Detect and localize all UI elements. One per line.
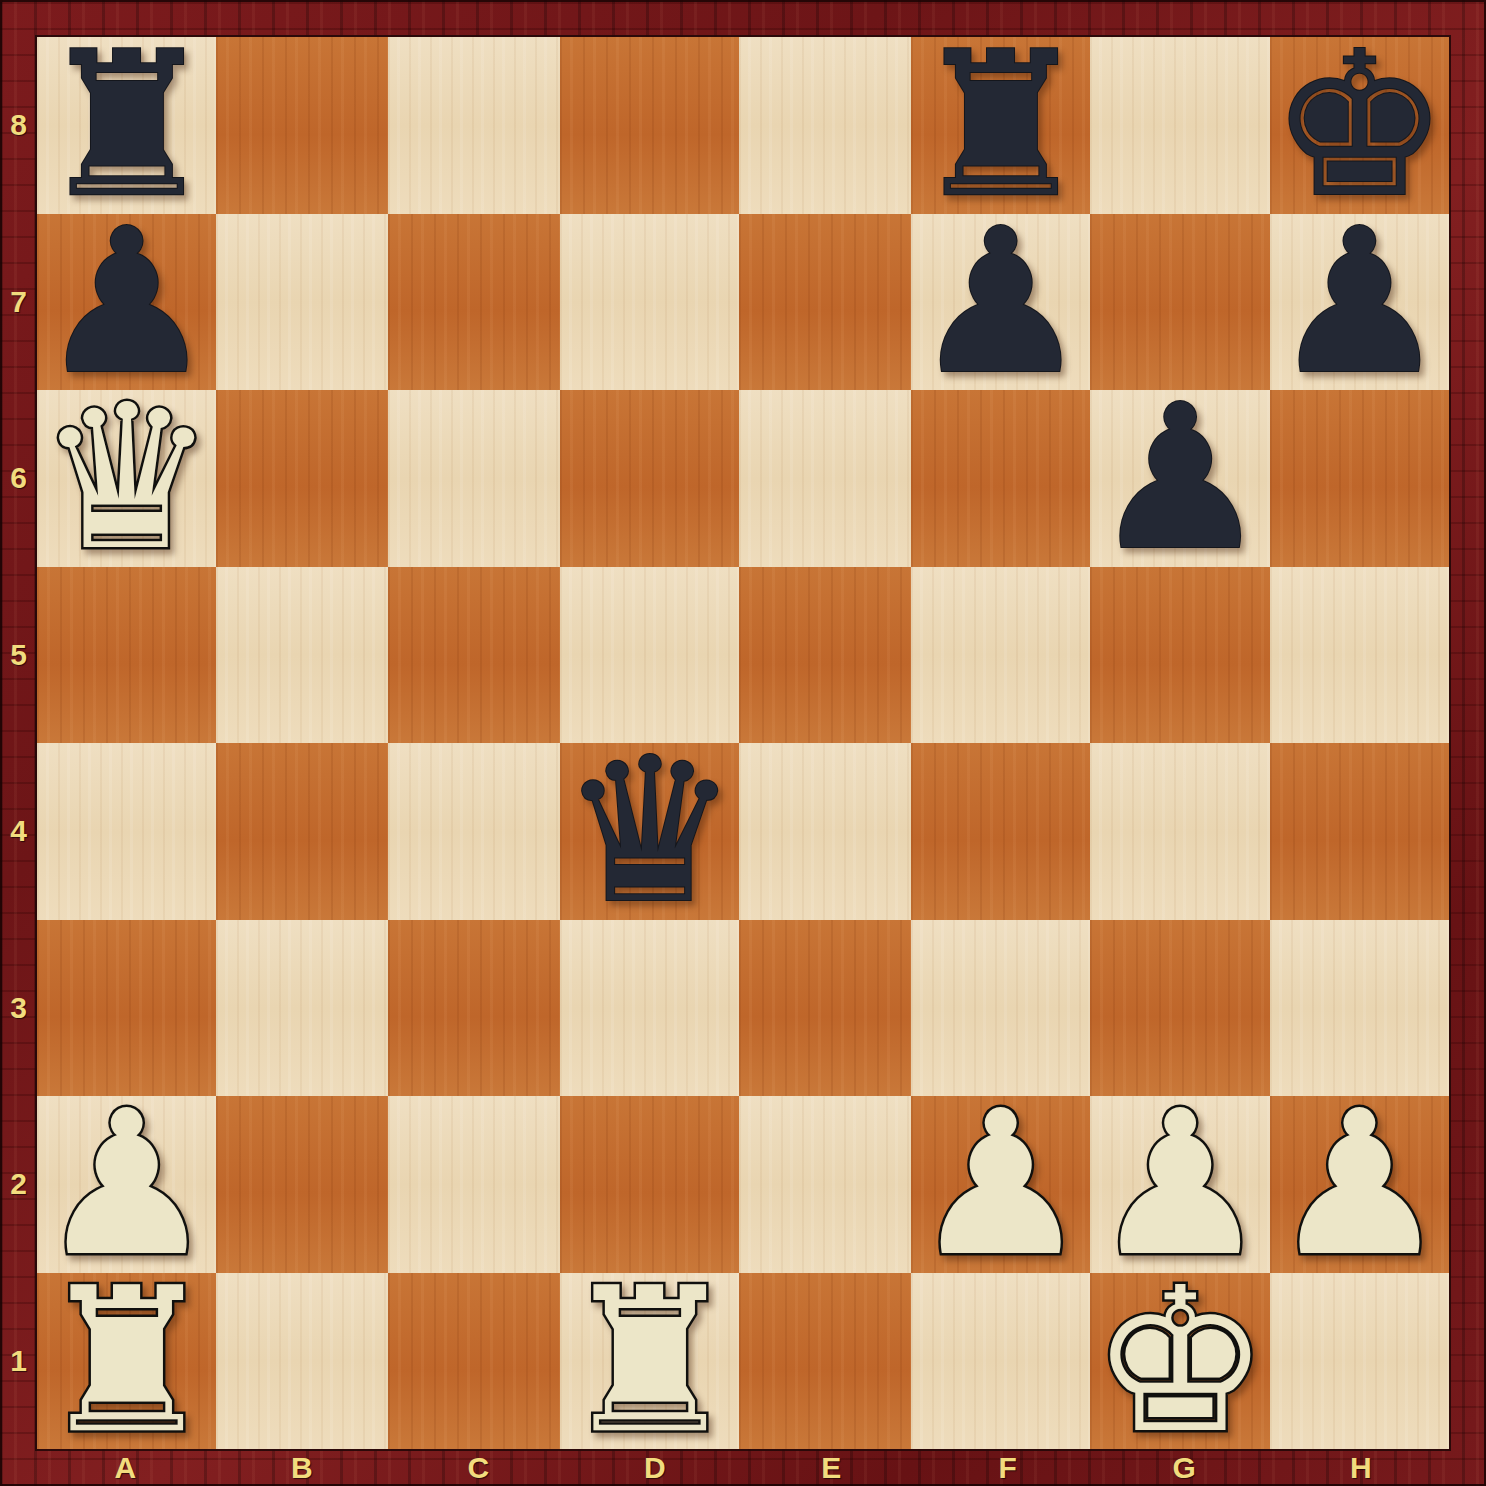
rank-label-2: 2 — [0, 1096, 37, 1273]
square-f1[interactable] — [911, 1273, 1090, 1450]
piece-black-queen[interactable]: ♛ — [560, 743, 739, 919]
board-frame: 87654321 ♜♜♚♟♟♟♛♟♛♟♟♟♟♜♜♚ ABCDEFGH — [0, 0, 1486, 1486]
file-label-c: C — [390, 1449, 567, 1486]
square-h6[interactable] — [1270, 390, 1449, 567]
square-f5[interactable] — [911, 567, 1090, 744]
square-e8[interactable] — [739, 37, 911, 214]
square-g6[interactable]: ♟ — [1090, 390, 1269, 567]
file-label-e: E — [743, 1449, 920, 1486]
square-e3[interactable] — [739, 920, 911, 1097]
piece-white-queen[interactable]: ♛ — [37, 390, 216, 566]
piece-black-pawn[interactable]: ♟ — [1090, 390, 1269, 566]
rank-label-4: 4 — [0, 743, 37, 920]
square-h1[interactable] — [1270, 1273, 1449, 1450]
square-c7[interactable] — [388, 214, 560, 391]
square-a1[interactable]: ♜ — [37, 1273, 216, 1450]
chess-board: ♜♜♚♟♟♟♛♟♛♟♟♟♟♜♜♚ — [37, 37, 1449, 1449]
rank-label-5: 5 — [0, 567, 37, 744]
file-label-h: H — [1273, 1449, 1450, 1486]
piece-white-pawn[interactable]: ♟ — [911, 1096, 1090, 1272]
square-f7[interactable]: ♟ — [911, 214, 1090, 391]
square-c2[interactable] — [388, 1096, 560, 1273]
rank-label-3: 3 — [0, 920, 37, 1097]
piece-white-king[interactable]: ♚ — [1090, 1273, 1269, 1449]
square-a5[interactable] — [37, 567, 216, 744]
square-a6[interactable]: ♛ — [37, 390, 216, 567]
square-f2[interactable]: ♟ — [911, 1096, 1090, 1273]
square-e6[interactable] — [739, 390, 911, 567]
square-g1[interactable]: ♚ — [1090, 1273, 1269, 1450]
square-b4[interactable] — [216, 743, 388, 920]
piece-black-pawn[interactable]: ♟ — [1270, 214, 1449, 390]
square-d6[interactable] — [560, 390, 739, 567]
square-c5[interactable] — [388, 567, 560, 744]
square-e4[interactable] — [739, 743, 911, 920]
square-g4[interactable] — [1090, 743, 1269, 920]
rank-label-8: 8 — [0, 37, 37, 214]
piece-black-pawn[interactable]: ♟ — [911, 214, 1090, 390]
square-h5[interactable] — [1270, 567, 1449, 744]
square-f4[interactable] — [911, 743, 1090, 920]
piece-white-rook[interactable]: ♜ — [37, 1273, 216, 1449]
square-b7[interactable] — [216, 214, 388, 391]
file-labels: ABCDEFGH — [37, 1449, 1449, 1486]
piece-white-rook[interactable]: ♜ — [560, 1273, 739, 1449]
square-d8[interactable] — [560, 37, 739, 214]
square-h7[interactable]: ♟ — [1270, 214, 1449, 391]
square-a4[interactable] — [37, 743, 216, 920]
square-d3[interactable] — [560, 920, 739, 1097]
square-g5[interactable] — [1090, 567, 1269, 744]
square-h4[interactable] — [1270, 743, 1449, 920]
square-c1[interactable] — [388, 1273, 560, 1450]
square-d4[interactable]: ♛ — [560, 743, 739, 920]
square-c4[interactable] — [388, 743, 560, 920]
file-label-d: D — [567, 1449, 744, 1486]
square-b5[interactable] — [216, 567, 388, 744]
rank-label-7: 7 — [0, 214, 37, 391]
square-c6[interactable] — [388, 390, 560, 567]
square-c3[interactable] — [388, 920, 560, 1097]
square-d1[interactable]: ♜ — [560, 1273, 739, 1450]
file-label-b: B — [214, 1449, 391, 1486]
piece-white-pawn[interactable]: ♟ — [1270, 1096, 1449, 1272]
square-f6[interactable] — [911, 390, 1090, 567]
square-b1[interactable] — [216, 1273, 388, 1450]
rank-label-1: 1 — [0, 1273, 37, 1450]
square-b3[interactable] — [216, 920, 388, 1097]
square-b6[interactable] — [216, 390, 388, 567]
rank-label-6: 6 — [0, 390, 37, 567]
square-h2[interactable]: ♟ — [1270, 1096, 1449, 1273]
file-label-f: F — [920, 1449, 1097, 1486]
square-b8[interactable] — [216, 37, 388, 214]
rank-labels: 87654321 — [0, 37, 37, 1449]
square-c8[interactable] — [388, 37, 560, 214]
square-e7[interactable] — [739, 214, 911, 391]
square-g8[interactable] — [1090, 37, 1269, 214]
square-e1[interactable] — [739, 1273, 911, 1450]
square-b2[interactable] — [216, 1096, 388, 1273]
square-d7[interactable] — [560, 214, 739, 391]
square-e2[interactable] — [739, 1096, 911, 1273]
square-e5[interactable] — [739, 567, 911, 744]
file-label-g: G — [1096, 1449, 1273, 1486]
file-label-a: A — [37, 1449, 214, 1486]
